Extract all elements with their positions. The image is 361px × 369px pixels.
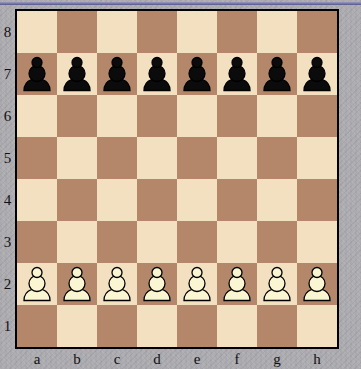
square-h2[interactable] (297, 263, 337, 305)
chess-board[interactable] (15, 9, 339, 349)
square-a7[interactable] (17, 53, 57, 95)
square-c4[interactable] (97, 179, 137, 221)
file-label-d: d (137, 349, 177, 369)
square-h4[interactable] (297, 179, 337, 221)
square-a5[interactable] (17, 137, 57, 179)
file-labels: abcdefgh (17, 349, 337, 369)
rank-label-2: 2 (0, 263, 15, 305)
rank-label-4: 4 (0, 179, 15, 221)
black-pawn-d7[interactable] (137, 53, 177, 95)
square-d3[interactable] (137, 221, 177, 263)
square-d5[interactable] (137, 137, 177, 179)
file-label-e: e (177, 349, 217, 369)
square-b8[interactable] (57, 11, 97, 53)
square-b3[interactable] (57, 221, 97, 263)
square-f3[interactable] (217, 221, 257, 263)
black-pawn-a7[interactable] (17, 53, 57, 95)
black-pawn-f7[interactable] (217, 53, 257, 95)
white-pawn-c2[interactable] (97, 263, 137, 305)
square-h1[interactable] (297, 305, 337, 347)
square-f8[interactable] (217, 11, 257, 53)
white-pawn-a2[interactable] (17, 263, 57, 305)
square-d1[interactable] (137, 305, 177, 347)
square-h5[interactable] (297, 137, 337, 179)
square-e7[interactable] (177, 53, 217, 95)
square-g5[interactable] (257, 137, 297, 179)
square-g1[interactable] (257, 305, 297, 347)
square-b5[interactable] (57, 137, 97, 179)
square-h8[interactable] (297, 11, 337, 53)
rank-label-6: 6 (0, 95, 15, 137)
square-e2[interactable] (177, 263, 217, 305)
white-pawn-f2[interactable] (217, 263, 257, 305)
square-d6[interactable] (137, 95, 177, 137)
square-h3[interactable] (297, 221, 337, 263)
chess-window: { "game": "chess", "position": "8/pppppp… (0, 0, 361, 369)
file-label-b: b (57, 349, 97, 369)
square-h7[interactable] (297, 53, 337, 95)
square-g4[interactable] (257, 179, 297, 221)
square-h6[interactable] (297, 95, 337, 137)
rank-labels: 87654321 (0, 11, 15, 347)
square-b7[interactable] (57, 53, 97, 95)
square-f1[interactable] (217, 305, 257, 347)
square-e5[interactable] (177, 137, 217, 179)
white-pawn-e2[interactable] (177, 263, 217, 305)
black-pawn-c7[interactable] (97, 53, 137, 95)
window-top-accent-line (0, 2, 361, 5)
square-a2[interactable] (17, 263, 57, 305)
square-g6[interactable] (257, 95, 297, 137)
square-a8[interactable] (17, 11, 57, 53)
square-a3[interactable] (17, 221, 57, 263)
square-g2[interactable] (257, 263, 297, 305)
square-c7[interactable] (97, 53, 137, 95)
square-c3[interactable] (97, 221, 137, 263)
square-e3[interactable] (177, 221, 217, 263)
white-pawn-d2[interactable] (137, 263, 177, 305)
square-g8[interactable] (257, 11, 297, 53)
square-f6[interactable] (217, 95, 257, 137)
square-c5[interactable] (97, 137, 137, 179)
rank-label-3: 3 (0, 221, 15, 263)
rank-label-1: 1 (0, 305, 15, 347)
square-b2[interactable] (57, 263, 97, 305)
rank-label-8: 8 (0, 11, 15, 53)
square-d2[interactable] (137, 263, 177, 305)
square-c1[interactable] (97, 305, 137, 347)
file-label-a: a (17, 349, 57, 369)
square-a1[interactable] (17, 305, 57, 347)
square-f5[interactable] (217, 137, 257, 179)
square-b1[interactable] (57, 305, 97, 347)
square-e4[interactable] (177, 179, 217, 221)
square-c6[interactable] (97, 95, 137, 137)
square-a4[interactable] (17, 179, 57, 221)
black-pawn-b7[interactable] (57, 53, 97, 95)
square-a6[interactable] (17, 95, 57, 137)
square-e1[interactable] (177, 305, 217, 347)
file-label-c: c (97, 349, 137, 369)
square-b4[interactable] (57, 179, 97, 221)
rank-label-7: 7 (0, 53, 15, 95)
square-g3[interactable] (257, 221, 297, 263)
black-pawn-h7[interactable] (297, 53, 337, 95)
white-pawn-b2[interactable] (57, 263, 97, 305)
square-b6[interactable] (57, 95, 97, 137)
black-pawn-g7[interactable] (257, 53, 297, 95)
rank-label-5: 5 (0, 137, 15, 179)
black-pawn-e7[interactable] (177, 53, 217, 95)
file-label-f: f (217, 349, 257, 369)
square-e8[interactable] (177, 11, 217, 53)
square-d8[interactable] (137, 11, 177, 53)
file-label-h: h (297, 349, 337, 369)
square-f4[interactable] (217, 179, 257, 221)
square-e6[interactable] (177, 95, 217, 137)
square-d7[interactable] (137, 53, 177, 95)
square-f7[interactable] (217, 53, 257, 95)
square-g7[interactable] (257, 53, 297, 95)
white-pawn-g2[interactable] (257, 263, 297, 305)
square-c2[interactable] (97, 263, 137, 305)
white-pawn-h2[interactable] (297, 263, 337, 305)
square-d4[interactable] (137, 179, 177, 221)
square-f2[interactable] (217, 263, 257, 305)
square-c8[interactable] (97, 11, 137, 53)
file-label-g: g (257, 349, 297, 369)
